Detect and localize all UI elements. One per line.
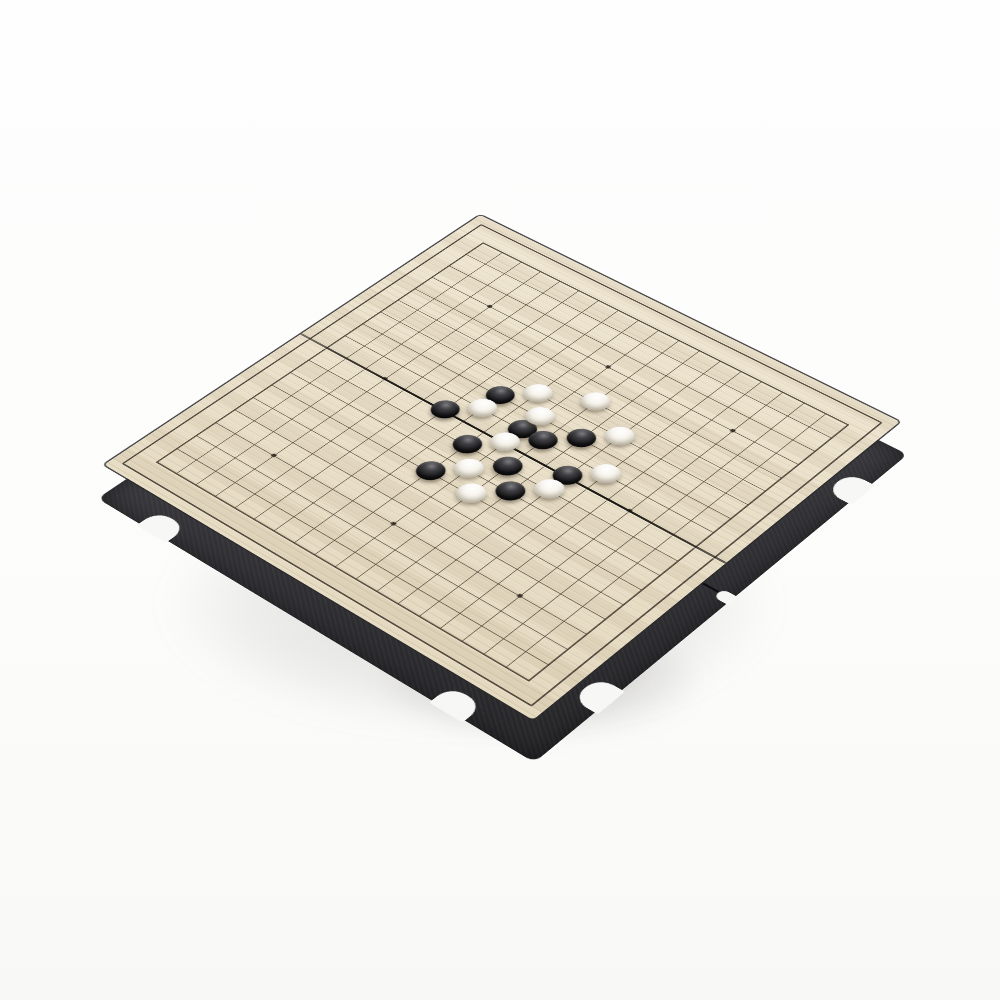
star-point [516, 594, 523, 599]
black-stone[interactable] [546, 462, 588, 489]
go-board-surface [104, 215, 900, 720]
star-point [390, 522, 397, 526]
black-stone[interactable] [446, 431, 487, 457]
product-photo-scene [0, 0, 1000, 1000]
white-stone[interactable] [576, 389, 616, 414]
star-point [270, 453, 277, 457]
black-stone[interactable] [489, 478, 531, 505]
white-stone[interactable] [585, 460, 627, 486]
black-stone[interactable] [410, 457, 452, 483]
stones-layer[interactable] [138, 233, 866, 694]
folding-go-board [104, 215, 900, 720]
foot-notch [429, 686, 484, 723]
white-stone[interactable] [518, 380, 558, 405]
white-stone[interactable] [528, 476, 570, 503]
white-stone[interactable] [448, 455, 490, 481]
foot-notch [571, 677, 625, 715]
white-stone[interactable] [599, 423, 640, 449]
star-point [626, 509, 633, 513]
foot-notch [826, 472, 875, 504]
white-stone[interactable] [450, 480, 492, 507]
foot-notch [136, 510, 187, 543]
black-stone[interactable] [425, 397, 466, 422]
black-stone[interactable] [487, 453, 528, 479]
black-stone[interactable] [561, 425, 602, 451]
